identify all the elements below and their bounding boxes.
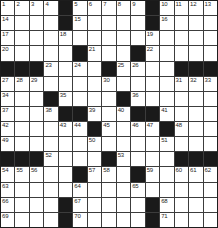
crossword-cell[interactable]	[102, 213, 115, 227]
crossword-cell[interactable]: 44	[73, 122, 86, 136]
crossword-cell[interactable]	[189, 107, 202, 121]
crossword-cell[interactable]: 39	[88, 107, 101, 121]
crossword-cell[interactable]	[131, 213, 144, 227]
crossword-cell[interactable]	[73, 152, 86, 166]
crossword-cell[interactable]	[30, 198, 43, 212]
crossword-cell[interactable]: 37	[1, 107, 14, 121]
black-cell	[131, 167, 144, 181]
crossword-cell[interactable]: 46	[131, 122, 144, 136]
clue-number: 13	[205, 1, 211, 8]
crossword-cell[interactable]	[59, 137, 72, 151]
black-cell	[1, 62, 14, 76]
clue-number: 27	[2, 77, 8, 84]
black-cell	[30, 152, 43, 166]
crossword-cell[interactable]	[117, 198, 130, 212]
crossword-cell[interactable]	[44, 77, 57, 91]
crossword-cell[interactable]	[175, 213, 188, 227]
clue-number: 4	[45, 1, 48, 8]
crossword-cell[interactable]	[160, 46, 173, 60]
crossword-cell[interactable]	[160, 31, 173, 45]
crossword-cell[interactable]: 61	[189, 167, 202, 181]
crossword-cell[interactable]: 20	[1, 46, 14, 60]
crossword-cell[interactable]: 47	[146, 122, 159, 136]
crossword-cell[interactable]	[59, 46, 72, 60]
crossword-cell[interactable]	[59, 77, 72, 91]
crossword-cell[interactable]: 69	[1, 213, 14, 227]
clue-number: 64	[74, 183, 80, 190]
crossword-cell[interactable]	[15, 31, 28, 45]
clue-number: 49	[2, 137, 8, 144]
clue-number: 66	[2, 198, 8, 205]
clue-number: 2	[16, 1, 19, 8]
crossword-cell[interactable]	[102, 183, 115, 197]
crossword-cell[interactable]	[102, 137, 115, 151]
clue-number: 69	[2, 213, 8, 220]
black-cell	[59, 213, 72, 227]
crossword-cell[interactable]: 58	[102, 167, 115, 181]
crossword-cell[interactable]: 3	[30, 1, 43, 15]
crossword-cell[interactable]: 27	[1, 77, 14, 91]
black-cell	[117, 92, 130, 106]
clue-number: 47	[147, 122, 153, 129]
crossword-cell[interactable]	[204, 198, 217, 212]
crossword-cell[interactable]: 28	[15, 77, 28, 91]
clue-number: 65	[132, 183, 138, 190]
clue-number: 54	[2, 167, 8, 174]
black-cell	[15, 152, 28, 166]
crossword-cell[interactable]	[204, 92, 217, 106]
crossword-cell[interactable]: 13	[204, 1, 217, 15]
clue-number: 12	[190, 1, 196, 8]
clue-number: 60	[176, 167, 182, 174]
crossword-cell[interactable]: 65	[131, 183, 144, 197]
crossword-cell[interactable]	[73, 31, 86, 45]
black-cell	[73, 107, 86, 121]
clue-number: 7	[103, 1, 106, 8]
crossword-cell[interactable]: 52	[44, 152, 57, 166]
crossword-cell[interactable]	[175, 46, 188, 60]
crossword-cell[interactable]	[204, 46, 217, 60]
clue-number: 68	[161, 198, 167, 205]
clue-number: 24	[74, 62, 80, 69]
crossword-cell[interactable]	[59, 62, 72, 76]
crossword-cell[interactable]	[175, 198, 188, 212]
crossword-cell[interactable]: 66	[1, 198, 14, 212]
crossword-cell[interactable]	[44, 122, 57, 136]
black-cell	[44, 92, 57, 106]
crossword-cell[interactable]	[117, 31, 130, 45]
crossword-cell[interactable]	[204, 122, 217, 136]
crossword-cell[interactable]	[175, 137, 188, 151]
clue-number: 70	[74, 213, 80, 220]
crossword-cell[interactable]	[204, 183, 217, 197]
crossword-cell[interactable]	[131, 152, 144, 166]
clue-number: 26	[132, 62, 138, 69]
crossword-cell[interactable]	[204, 213, 217, 227]
crossword-cell[interactable]	[44, 183, 57, 197]
black-cell	[146, 198, 159, 212]
crossword-cell[interactable]: 45	[102, 122, 115, 136]
crossword-cell[interactable]	[30, 183, 43, 197]
crossword-cell[interactable]	[15, 46, 28, 60]
crossword-cell[interactable]	[189, 122, 202, 136]
crossword-cell[interactable]: 18	[59, 31, 72, 45]
crossword-cell[interactable]: 17	[1, 31, 14, 45]
crossword-board: 1234567891011121314151617181920212223242…	[0, 0, 218, 228]
black-cell	[73, 167, 86, 181]
crossword-cell[interactable]: 25	[117, 62, 130, 76]
black-cell	[146, 1, 159, 15]
crossword-cell[interactable]	[146, 92, 159, 106]
clue-number: 59	[147, 167, 153, 174]
clue-number: 61	[190, 167, 196, 174]
crossword-cell[interactable]: 59	[146, 167, 159, 181]
crossword-cell[interactable]: 38	[44, 107, 57, 121]
crossword-cell[interactable]: 43	[59, 122, 72, 136]
crossword-cell[interactable]	[175, 183, 188, 197]
crossword-cell[interactable]	[102, 107, 115, 121]
crossword-cell[interactable]	[88, 77, 101, 91]
crossword-cell[interactable]	[88, 213, 101, 227]
clue-number: 21	[89, 46, 95, 53]
crossword-cell[interactable]	[44, 167, 57, 181]
black-cell	[204, 152, 217, 166]
crossword-cell[interactable]: 24	[73, 62, 86, 76]
crossword-cell[interactable]	[73, 92, 86, 106]
crossword-cell[interactable]: 22	[146, 46, 159, 60]
crossword-cell[interactable]: 35	[59, 92, 72, 106]
clue-number: 34	[2, 92, 8, 99]
black-cell	[131, 46, 144, 60]
crossword-cell[interactable]	[15, 198, 28, 212]
crossword-cell[interactable]: 54	[1, 167, 14, 181]
crossword-cell[interactable]	[117, 122, 130, 136]
crossword-cell[interactable]	[189, 46, 202, 60]
crossword-cell[interactable]	[131, 137, 144, 151]
crossword-cell[interactable]	[88, 152, 101, 166]
crossword-cell[interactable]	[117, 183, 130, 197]
crossword-cell[interactable]	[131, 31, 144, 45]
crossword-cell[interactable]	[30, 92, 43, 106]
clue-number: 43	[60, 122, 66, 129]
crossword-cell[interactable]: 23	[44, 62, 57, 76]
crossword-cell[interactable]	[131, 198, 144, 212]
crossword-cell[interactable]: 15	[73, 16, 86, 30]
crossword-cell[interactable]: 12	[189, 1, 202, 15]
crossword-cell[interactable]	[117, 213, 130, 227]
crossword-cell[interactable]	[15, 213, 28, 227]
crossword-cell[interactable]: 26	[131, 62, 144, 76]
clue-number: 29	[31, 77, 37, 84]
black-cell	[59, 107, 72, 121]
crossword-cell[interactable]: 41	[160, 107, 173, 121]
crossword-cell[interactable]	[15, 107, 28, 121]
crossword-cell[interactable]: 32	[189, 77, 202, 91]
crossword-cell[interactable]	[204, 16, 217, 30]
crossword-cell[interactable]: 64	[73, 183, 86, 197]
crossword-cell[interactable]: 1	[1, 1, 14, 15]
clue-number: 51	[161, 137, 167, 144]
crossword-cell[interactable]: 9	[131, 1, 144, 15]
crossword-cell[interactable]	[15, 183, 28, 197]
crossword-cell[interactable]	[59, 152, 72, 166]
crossword-cell[interactable]	[88, 16, 101, 30]
clue-number: 19	[147, 31, 153, 38]
black-cell	[88, 122, 101, 136]
crossword-cell[interactable]: 56	[30, 167, 43, 181]
crossword-cell[interactable]	[30, 213, 43, 227]
clue-number: 10	[161, 1, 167, 8]
black-cell	[1, 152, 14, 166]
clue-number: 38	[45, 107, 51, 114]
black-cell	[175, 62, 188, 76]
crossword-cell[interactable]: 49	[1, 137, 14, 151]
crossword-cell[interactable]: 71	[160, 213, 173, 227]
black-cell	[59, 1, 72, 15]
crossword-cell[interactable]	[117, 137, 130, 151]
crossword-cell[interactable]: 2	[15, 1, 28, 15]
clue-number: 1	[2, 1, 5, 8]
clue-number: 56	[31, 167, 37, 174]
crossword-cell[interactable]	[15, 122, 28, 136]
crossword-cell[interactable]	[131, 16, 144, 30]
clue-number: 46	[132, 122, 138, 129]
black-cell	[15, 62, 28, 76]
crossword-cell[interactable]: 34	[1, 92, 14, 106]
crossword-cell[interactable]	[189, 92, 202, 106]
crossword-cell[interactable]	[189, 183, 202, 197]
crossword-cell[interactable]	[160, 183, 173, 197]
crossword-cell[interactable]: 21	[88, 46, 101, 60]
clue-number: 25	[118, 62, 124, 69]
crossword-cell[interactable]	[30, 122, 43, 136]
crossword-cell[interactable]	[30, 46, 43, 60]
clue-number: 20	[2, 46, 8, 53]
crossword-cell[interactable]: 31	[175, 77, 188, 91]
crossword-cell[interactable]: 6	[88, 1, 101, 15]
crossword-cell[interactable]	[73, 137, 86, 151]
crossword-cell[interactable]	[88, 62, 101, 76]
crossword-cell[interactable]	[131, 77, 144, 91]
clue-number: 6	[89, 1, 92, 8]
black-cell	[59, 198, 72, 212]
clue-number: 37	[2, 107, 8, 114]
crossword-cell[interactable]	[59, 167, 72, 181]
clue-number: 23	[45, 62, 51, 69]
crossword-cell[interactable]	[102, 31, 115, 45]
black-cell	[59, 16, 72, 30]
clue-number: 22	[147, 46, 153, 53]
clue-number: 52	[45, 152, 51, 159]
crossword-cell[interactable]	[44, 213, 57, 227]
crossword-cell[interactable]	[44, 198, 57, 212]
crossword-cell[interactable]	[189, 137, 202, 151]
crossword-cell[interactable]	[102, 46, 115, 60]
crossword-cell[interactable]	[175, 31, 188, 45]
crossword-cell[interactable]: 50	[88, 137, 101, 151]
clue-number: 17	[2, 31, 8, 38]
clue-number: 62	[205, 167, 211, 174]
crossword-cell[interactable]	[117, 16, 130, 30]
crossword-cell[interactable]: 36	[131, 92, 144, 106]
crossword-cell[interactable]	[160, 62, 173, 76]
crossword-cell[interactable]	[44, 137, 57, 151]
crossword-cell[interactable]: 53	[117, 152, 130, 166]
clue-number: 28	[16, 77, 22, 84]
crossword-cell[interactable]	[59, 183, 72, 197]
crossword-cell[interactable]	[30, 16, 43, 30]
clue-number: 53	[118, 152, 124, 159]
clue-number: 30	[103, 77, 109, 84]
clue-number: 14	[2, 16, 8, 23]
clue-number: 32	[190, 77, 196, 84]
crossword-cell[interactable]	[160, 152, 173, 166]
crossword-cell[interactable]	[204, 31, 217, 45]
clue-number: 55	[16, 167, 22, 174]
black-cell	[146, 16, 159, 30]
crossword-cell[interactable]	[146, 152, 159, 166]
clue-number: 5	[74, 1, 77, 8]
clue-number: 11	[176, 1, 182, 8]
crossword-cell[interactable]: 57	[88, 167, 101, 181]
clue-number: 41	[161, 107, 167, 114]
clue-number: 9	[132, 1, 135, 8]
crossword-cell[interactable]: 40	[117, 107, 130, 121]
crossword-cell[interactable]: 8	[117, 1, 130, 15]
black-cell	[102, 62, 115, 76]
crossword-cell[interactable]	[189, 213, 202, 227]
clue-number: 44	[74, 122, 80, 129]
clue-number: 18	[60, 31, 66, 38]
crossword-cell[interactable]	[117, 77, 130, 91]
crossword-cell[interactable]	[30, 137, 43, 151]
clue-number: 57	[89, 167, 95, 174]
crossword-cell[interactable]: 63	[1, 183, 14, 197]
crossword-cell[interactable]	[88, 92, 101, 106]
crossword-cell[interactable]	[175, 92, 188, 106]
crossword-cell[interactable]: 55	[15, 167, 28, 181]
clue-number: 16	[161, 16, 167, 23]
clue-number: 48	[176, 122, 182, 129]
crossword-cell[interactable]: 33	[204, 77, 217, 91]
crossword-cell[interactable]: 14	[1, 16, 14, 30]
crossword-cell[interactable]	[88, 198, 101, 212]
crossword-cell[interactable]	[160, 77, 173, 91]
crossword-cell[interactable]: 10	[160, 1, 173, 15]
clue-number: 3	[31, 1, 34, 8]
crossword-cell[interactable]	[15, 16, 28, 30]
crossword-cell[interactable]: 30	[102, 77, 115, 91]
crossword-cell[interactable]	[160, 92, 173, 106]
black-cell	[189, 152, 202, 166]
black-cell	[146, 213, 159, 227]
crossword-cell[interactable]	[88, 31, 101, 45]
crossword-cell[interactable]	[117, 46, 130, 60]
clue-number: 58	[103, 167, 109, 174]
crossword-cell[interactable]	[102, 16, 115, 30]
crossword-cell[interactable]: 51	[160, 137, 173, 151]
crossword-cell[interactable]: 4	[44, 1, 57, 15]
clue-number: 50	[89, 137, 95, 144]
crossword-cell[interactable]: 70	[73, 213, 86, 227]
crossword-cell[interactable]	[102, 198, 115, 212]
crossword-cell[interactable]: 42	[1, 122, 14, 136]
black-cell	[204, 62, 217, 76]
crossword-cell[interactable]	[175, 107, 188, 121]
black-cell	[102, 152, 115, 166]
crossword-cell[interactable]	[44, 31, 57, 45]
clue-number: 33	[205, 77, 211, 84]
clue-number: 45	[103, 122, 109, 129]
crossword-cell[interactable]	[15, 92, 28, 106]
crossword-cell[interactable]	[204, 107, 217, 121]
clue-number: 63	[2, 183, 8, 190]
clue-number: 40	[118, 107, 124, 114]
crossword-cell[interactable]	[44, 46, 57, 60]
crossword-cell[interactable]	[30, 107, 43, 121]
crossword-cell[interactable]	[204, 137, 217, 151]
black-cell	[189, 62, 202, 76]
crossword-cell[interactable]	[117, 167, 130, 181]
clue-number: 42	[2, 122, 8, 129]
crossword-cell[interactable]: 19	[146, 31, 159, 45]
clue-number: 35	[60, 92, 66, 99]
clue-number: 15	[74, 16, 80, 23]
crossword-cell[interactable]: 48	[175, 122, 188, 136]
crossword-cell[interactable]	[189, 31, 202, 45]
crossword-cell[interactable]	[88, 183, 101, 197]
black-cell	[146, 107, 159, 121]
crossword-cell[interactable]	[73, 77, 86, 91]
crossword-cell[interactable]: 67	[73, 198, 86, 212]
clue-number: 36	[132, 92, 138, 99]
clue-number: 67	[74, 198, 80, 205]
crossword-cell[interactable]	[175, 16, 188, 30]
black-cell	[175, 152, 188, 166]
crossword-cell[interactable]: 62	[204, 167, 217, 181]
crossword-cell[interactable]: 68	[160, 198, 173, 212]
crossword-cell[interactable]	[30, 31, 43, 45]
crossword-cell[interactable]	[189, 16, 202, 30]
clue-number: 8	[118, 1, 121, 8]
crossword-cell[interactable]: 29	[30, 77, 43, 91]
black-cell	[160, 122, 173, 136]
clue-number: 39	[89, 107, 95, 114]
crossword-cell[interactable]	[160, 167, 173, 181]
crossword-cell[interactable]: 5	[73, 1, 86, 15]
crossword-cell[interactable]: 7	[102, 1, 115, 15]
clue-number: 31	[176, 77, 182, 84]
crossword-cell[interactable]	[44, 16, 57, 30]
clue-number: 71	[161, 213, 167, 220]
crossword-cell[interactable]	[102, 92, 115, 106]
crossword-cell[interactable]: 11	[175, 1, 188, 15]
black-cell	[30, 62, 43, 76]
crossword-cell[interactable]: 16	[160, 16, 173, 30]
crossword-cell[interactable]	[146, 183, 159, 197]
crossword-cell[interactable]: 60	[175, 167, 188, 181]
crossword-cell[interactable]	[146, 77, 159, 91]
black-cell	[73, 46, 86, 60]
crossword-cell[interactable]	[15, 137, 28, 151]
crossword-cell[interactable]	[146, 62, 159, 76]
crossword-cell[interactable]	[146, 137, 159, 151]
crossword-cell[interactable]	[189, 198, 202, 212]
black-cell	[131, 107, 144, 121]
